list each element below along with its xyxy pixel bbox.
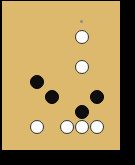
board-intersection[interactable] [44,89,59,104]
board-intersection[interactable] [44,1,59,14]
board-intersection[interactable] [74,104,89,119]
board-intersection[interactable] [59,29,74,44]
white-stone[interactable] [60,120,74,134]
board-intersection[interactable] [59,1,74,14]
white-stone[interactable] [75,60,89,74]
board-intersection[interactable] [74,14,89,29]
board-intersection[interactable] [44,29,59,44]
board-intersection[interactable] [104,59,119,74]
board-intersection[interactable] [14,1,29,14]
board-intersection[interactable] [59,89,74,104]
board-intersection[interactable] [74,1,89,14]
white-stone[interactable] [30,120,44,134]
white-stone[interactable] [75,120,89,134]
board-intersection[interactable] [74,29,89,44]
board-intersection[interactable] [59,74,74,89]
board-intersection[interactable] [59,14,74,29]
board-intersection[interactable] [89,104,104,119]
board-intersection[interactable] [89,59,104,74]
board-intersection[interactable] [44,59,59,74]
board-intersection[interactable] [89,74,104,89]
board-intersection[interactable] [2,14,14,29]
board-intersection[interactable] [14,134,29,149]
board-intersection[interactable] [29,1,44,14]
board-intersection[interactable] [14,14,29,29]
board-intersection[interactable] [89,1,104,14]
board-intersection[interactable] [89,134,104,149]
board-intersection[interactable] [74,119,89,134]
star-point-marker [80,20,83,23]
board-intersection[interactable] [29,134,44,149]
board-intersection[interactable] [89,89,104,104]
board-intersection[interactable] [2,104,14,119]
board-intersection[interactable] [2,119,14,134]
board-intersection[interactable] [44,104,59,119]
board-intersection[interactable] [44,14,59,29]
board-intersection[interactable] [104,104,119,119]
board-intersection[interactable] [2,44,14,59]
board-intersection[interactable] [29,119,44,134]
black-stone[interactable] [30,75,44,89]
board-intersection[interactable] [2,59,14,74]
board-intersection[interactable] [14,119,29,134]
board-intersection[interactable] [29,59,44,74]
board-intersection[interactable] [89,119,104,134]
white-stone[interactable] [75,30,89,44]
board-intersection[interactable] [14,59,29,74]
board-intersection[interactable] [29,29,44,44]
board-intersection[interactable] [2,134,14,149]
board-intersection[interactable] [29,14,44,29]
black-stone[interactable] [45,90,59,104]
board-intersection[interactable] [59,104,74,119]
board-intersection[interactable] [29,104,44,119]
board-intersection[interactable] [74,134,89,149]
board-intersection[interactable] [89,29,104,44]
board-intersection[interactable] [14,89,29,104]
black-stone[interactable] [75,105,89,119]
board-intersection[interactable] [89,14,104,29]
board-intersection[interactable] [44,134,59,149]
board-intersection[interactable] [74,59,89,74]
board-intersection[interactable] [104,89,119,104]
board-intersection[interactable] [2,89,14,104]
board-intersection[interactable] [74,44,89,59]
board-intersection[interactable] [29,74,44,89]
board-intersection[interactable] [29,44,44,59]
board-intersection[interactable] [14,44,29,59]
board-intersection[interactable] [2,29,14,44]
board-intersection[interactable] [14,74,29,89]
board-intersection[interactable] [44,74,59,89]
board-intersection[interactable] [104,1,119,14]
board-intersection[interactable] [89,44,104,59]
screenshot-root [0,0,135,165]
board-intersection[interactable] [44,119,59,134]
board-intersection[interactable] [59,134,74,149]
board-intersection[interactable] [74,89,89,104]
board-intersection[interactable] [29,89,44,104]
black-stone[interactable] [90,90,104,104]
board-intersection[interactable] [44,44,59,59]
board-intersection[interactable] [14,29,29,44]
board-intersection[interactable] [59,44,74,59]
board-intersection[interactable] [59,59,74,74]
white-stone[interactable] [90,120,104,134]
board-intersection[interactable] [104,119,119,134]
board-intersection[interactable] [2,74,14,89]
board-intersection[interactable] [104,134,119,149]
board-intersection[interactable] [74,74,89,89]
board-intersection[interactable] [104,74,119,89]
board-grid [2,1,119,149]
board-intersection[interactable] [59,119,74,134]
board-intersection[interactable] [14,104,29,119]
board-intersection[interactable] [104,29,119,44]
board-intersection[interactable] [104,14,119,29]
go-board [2,1,120,150]
board-intersection[interactable] [104,44,119,59]
board-intersection[interactable] [2,1,14,14]
